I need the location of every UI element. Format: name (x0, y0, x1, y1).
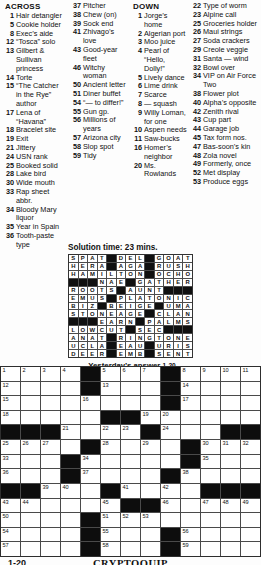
answer-cell: A (69, 334, 78, 341)
grid-cell[interactable] (61, 528, 80, 542)
grid-cell[interactable]: 27 (41, 440, 60, 454)
grid-cell[interactable] (141, 396, 160, 410)
grid-cell[interactable] (201, 382, 220, 396)
answer-cell-black (98, 303, 107, 310)
grid-cell[interactable]: 28 (101, 440, 120, 454)
cell-number: 51 (103, 513, 109, 519)
across-clue-list-2: 37Pitcher38Chew (on)39Sock end41Zhivago’… (69, 2, 128, 160)
cell-number: 32 (243, 440, 249, 446)
cell-number: 30 (203, 440, 209, 446)
grid-cell-black (201, 484, 220, 498)
grid-cell[interactable] (161, 440, 180, 454)
cell-number: 19 (143, 411, 149, 417)
grid-cell[interactable]: 50 (1, 513, 20, 527)
grid-cell[interactable] (101, 469, 120, 483)
grid-cell[interactable] (201, 425, 220, 439)
clue-number: 59 (69, 152, 83, 161)
answer-cell: E (107, 310, 116, 317)
cell-number: 2 (23, 367, 26, 373)
grid-cell[interactable] (61, 396, 80, 410)
grid-cell[interactable]: 18 (1, 411, 20, 425)
answer-cell: S (69, 255, 78, 262)
answer-cell-black (126, 326, 135, 333)
answer-cell: G (136, 303, 145, 310)
grid-cell[interactable] (81, 425, 100, 439)
answer-cell: R (117, 318, 126, 325)
answer-cell: M (126, 350, 135, 357)
grid-cell[interactable]: 10 (221, 367, 240, 381)
answer-cell: P (145, 318, 154, 325)
grid-cell[interactable]: 1 (1, 367, 20, 381)
answer-cell: T (117, 326, 126, 333)
answer-cell: A (136, 263, 145, 270)
footer-date-code: 1-20 (8, 558, 26, 565)
grid-cell[interactable] (21, 528, 40, 542)
answer-cell-black (145, 255, 154, 262)
grid-cell-black (221, 425, 240, 439)
grid-cell[interactable] (121, 542, 140, 556)
grid-cell[interactable]: 11 (241, 367, 260, 381)
grid-cell[interactable] (121, 396, 140, 410)
grid-cell[interactable] (201, 396, 220, 410)
clue-text: Gilbert & Sullivan princess (16, 47, 65, 73)
grid-cell[interactable] (141, 528, 160, 542)
cell-number: 6 (123, 367, 126, 373)
cell-number: 59 (183, 542, 189, 548)
grid-cell[interactable]: 58 (101, 542, 120, 556)
answer-cell: N (136, 271, 145, 278)
grid-cell[interactable] (121, 382, 140, 396)
grid-cell[interactable] (81, 484, 100, 498)
grid-cell[interactable] (221, 396, 240, 410)
grid-cell[interactable] (61, 499, 80, 513)
cell-number: 7 (143, 367, 146, 373)
answer-cell: L (88, 342, 97, 349)
cell-number: 36 (3, 469, 9, 475)
cell-number: 28 (103, 440, 109, 446)
cell-number: 21 (63, 425, 69, 431)
grid-cell[interactable] (241, 411, 260, 425)
grid-cell[interactable]: 32 (241, 440, 260, 454)
grid-cell[interactable] (121, 469, 140, 483)
grid-cell[interactable]: 38 (181, 469, 200, 483)
cell-number: 33 (3, 455, 9, 461)
cell-number: 11 (243, 367, 249, 373)
grid-cell[interactable] (121, 440, 140, 454)
grid-cell[interactable]: 57 (1, 542, 20, 556)
grid-cell[interactable] (21, 469, 40, 483)
grid-cell[interactable] (21, 513, 40, 527)
grid-cell[interactable]: 31 (221, 440, 240, 454)
grid-cell[interactable] (181, 513, 200, 527)
answer-cell: I (79, 303, 88, 310)
answer-cell-black (183, 287, 192, 294)
grid-cell[interactable]: 46 (161, 499, 180, 513)
answer-cell: E (164, 350, 173, 357)
grid-cell[interactable] (61, 513, 80, 527)
answer-cell: E (117, 303, 126, 310)
grid-cell-black (141, 425, 160, 439)
answer-cell-black (69, 279, 78, 286)
clue-number: 9 (130, 109, 144, 127)
grid-cell-black (21, 484, 40, 498)
answer-cell: E (117, 279, 126, 286)
grid-cell[interactable]: 30 (201, 440, 220, 454)
answer-cell: T (155, 334, 164, 341)
answer-cell-black (107, 255, 116, 262)
clue-text: Zhivago’s love (83, 28, 128, 46)
cell-number: 35 (203, 455, 209, 461)
answer-cell: L (136, 255, 145, 262)
grid-cell[interactable]: 35 (201, 455, 220, 469)
answer-cell: G (126, 263, 135, 270)
grid-cell[interactable]: 23 (121, 425, 140, 439)
grid-cell[interactable]: 51 (101, 513, 120, 527)
answer-cell: O (79, 287, 88, 294)
grid-cell[interactable] (241, 382, 260, 396)
answer-cell: O (126, 271, 135, 278)
across-clue-list-1: 1Hair detangler5Cookie holder8Exec’s aid… (2, 12, 65, 250)
grid-cell[interactable]: 48 (221, 499, 240, 513)
grid-cell[interactable]: 55 (101, 528, 120, 542)
answer-cell: O (155, 271, 164, 278)
grid-cell[interactable] (41, 455, 60, 469)
answer-cell: I (174, 295, 183, 302)
grid-cell[interactable] (81, 411, 100, 425)
grid-cell[interactable]: 4 (61, 367, 80, 381)
grid-cell[interactable] (181, 425, 200, 439)
grid-cell-black (161, 382, 180, 396)
grid-cell-black (81, 513, 100, 527)
answer-cell: A (183, 303, 192, 310)
answer-cell: U (69, 342, 78, 349)
clue: 41Zhivago’s love (69, 28, 128, 46)
grid-cell[interactable]: 39 (41, 484, 60, 498)
grid-cell[interactable] (201, 411, 220, 425)
grid-cell[interactable] (121, 455, 140, 469)
clue-number: 16 (130, 144, 144, 162)
grid-cell[interactable] (41, 513, 60, 527)
clue-number: 41 (69, 28, 83, 46)
answer-cell-black (145, 271, 154, 278)
answer-cell: M (174, 303, 183, 310)
grid-cell[interactable] (201, 513, 220, 527)
grid-cell[interactable] (41, 396, 60, 410)
grid-cell[interactable]: 6 (121, 367, 140, 381)
answer-cell: A (79, 271, 88, 278)
grid-cell-black (221, 484, 240, 498)
answer-cell: T (98, 334, 107, 341)
clue: 59Tidy (69, 152, 128, 161)
grid-cell[interactable]: 37 (81, 469, 100, 483)
answer-cell: E (98, 318, 107, 325)
clue-text: Ms. Rowlands (144, 162, 187, 180)
grid-cell[interactable]: 17 (181, 396, 200, 410)
answer-cell: R (117, 334, 126, 341)
grid-cell[interactable] (241, 455, 260, 469)
grid-cell[interactable]: 42 (161, 484, 180, 498)
answer-cell: N (183, 310, 192, 317)
answer-cell: B (69, 303, 78, 310)
grid-cell[interactable]: 52 (121, 513, 140, 527)
answer-cell-black (69, 318, 78, 325)
grid-cell[interactable]: 13 (101, 382, 120, 396)
clue-number: 15 (2, 82, 16, 108)
answer-cell: H (69, 271, 78, 278)
grid-cell[interactable] (241, 528, 260, 542)
grid-cell[interactable]: 56 (181, 528, 200, 542)
grid-cell[interactable] (221, 455, 240, 469)
grid-cell[interactable] (241, 542, 260, 556)
grid-cell[interactable] (61, 382, 80, 396)
grid-cell[interactable] (161, 513, 180, 527)
grid-cell-black (41, 425, 60, 439)
answer-cell: H (164, 279, 173, 286)
down-clue-list-1: 1Jorge’s home2Algerian port3Moo juice4Pe… (130, 12, 187, 179)
grid-cell[interactable]: 25 (1, 440, 20, 454)
grid-cell[interactable] (221, 513, 240, 527)
grid-cell[interactable] (221, 528, 240, 542)
cell-number: 55 (103, 528, 109, 534)
grid-cell[interactable]: 36 (1, 469, 20, 483)
answer-cell: D (117, 255, 126, 262)
grid-cell[interactable]: 7 (141, 367, 160, 381)
grid-cell[interactable]: 29 (141, 440, 160, 454)
answer-cell: U (136, 287, 145, 294)
grid-cell[interactable]: 19 (141, 411, 160, 425)
grid-cell[interactable] (141, 382, 160, 396)
grid-cell[interactable]: 5 (101, 367, 120, 381)
grid-cell[interactable]: 15 (1, 396, 20, 410)
cell-number: 1 (3, 367, 6, 373)
answer-cell: E (79, 263, 88, 270)
grid-cell[interactable]: 3 (41, 367, 60, 381)
answer-cell: L (164, 318, 173, 325)
grid-cell[interactable] (41, 469, 60, 483)
grid-cell[interactable] (241, 469, 260, 483)
grid-cell[interactable] (21, 396, 40, 410)
clue: 34VIP on Air Force Two (189, 72, 260, 90)
answer-cell: R (88, 263, 97, 270)
grid-cell[interactable] (241, 396, 260, 410)
grid-cell[interactable]: 33 (1, 455, 20, 469)
answer-cell: S (69, 310, 78, 317)
answer-cell: N (79, 334, 88, 341)
clue-text: Willy Loman, for one (144, 109, 187, 127)
cell-number: 9 (203, 367, 206, 373)
grid-cell[interactable]: 20 (161, 411, 180, 425)
grid-cell[interactable] (141, 542, 160, 556)
answer-cell: A (117, 263, 126, 270)
grid-cell-black (161, 469, 180, 483)
answer-cell: T (117, 271, 126, 278)
answer-cell: P (79, 255, 88, 262)
clue-number: 36 (2, 232, 16, 250)
cell-number: 58 (103, 542, 109, 548)
answer-cell: N (98, 310, 107, 317)
grid-cell[interactable]: 53 (141, 513, 160, 527)
clue: 15“The Catcher in the Rye” author (2, 82, 65, 108)
clue: 16Homer’s neighbor (130, 144, 187, 162)
grid-cell[interactable] (201, 528, 220, 542)
cell-number: 41 (123, 484, 129, 490)
answer-cell: R (98, 350, 107, 357)
grid-cell[interactable] (101, 396, 120, 410)
grid-cell[interactable]: 14 (181, 382, 200, 396)
down-clues-column-1: DOWN 1Jorge’s home2Algerian port3Moo jui… (130, 2, 187, 179)
grid-cell[interactable]: 54 (1, 528, 20, 542)
grid-cell[interactable] (21, 455, 40, 469)
answer-cell: L (126, 295, 135, 302)
answer-cell-black (88, 279, 97, 286)
answer-cell: N (98, 279, 107, 286)
answer-cell: U (164, 303, 173, 310)
answer-cell: I (98, 271, 107, 278)
answer-cell: S (107, 287, 116, 294)
clue-number: 43 (69, 46, 83, 64)
answer-cell: U (155, 342, 164, 349)
answer-cell: L (69, 326, 78, 333)
answer-cell: C (164, 271, 173, 278)
grid-cell[interactable] (41, 411, 60, 425)
answer-cell: T (145, 295, 154, 302)
grid-cell[interactable]: 40 (61, 484, 80, 498)
grid-cell[interactable] (61, 542, 80, 556)
crossword-grid: 1234567891011121314151617181920212223242… (0, 366, 261, 557)
clue: 4Pearl of “Hello, Dolly!” (130, 47, 187, 73)
answer-cell: C (183, 295, 192, 302)
answer-cell: C (155, 310, 164, 317)
answer-cell: A (98, 342, 107, 349)
answer-cell: R (164, 342, 173, 349)
grid-cell[interactable] (161, 455, 180, 469)
answer-cell: I (174, 342, 183, 349)
yesterday-answer-grid: SPATDELGOATHERAAGARUSHHAMILTONOCHONAEGAT… (68, 254, 193, 358)
grid-cell[interactable] (181, 499, 200, 513)
grid-cell[interactable] (41, 528, 60, 542)
clue-text: “The Catcher in the Rye” author (16, 82, 65, 108)
cell-number: 15 (3, 396, 9, 402)
grid-cell[interactable]: 9 (201, 367, 220, 381)
grid-cell-black (141, 499, 160, 513)
grid-cell[interactable]: 43 (1, 499, 20, 513)
grid-cell[interactable] (21, 382, 40, 396)
answer-cell: S (183, 342, 192, 349)
answer-cell: E (88, 350, 97, 357)
grid-cell[interactable] (21, 411, 40, 425)
grid-cell[interactable]: 22 (101, 425, 120, 439)
answer-cell: I (126, 334, 135, 341)
answer-cell: G (136, 279, 145, 286)
down-clues-column-2: 22Type of worm23Alpine call25Groceries h… (189, 2, 260, 187)
grid-cell[interactable]: 8 (181, 367, 200, 381)
grid-cell[interactable] (201, 542, 220, 556)
clue: 36Tooth-paste type (2, 232, 65, 250)
answer-cell: A (174, 255, 183, 262)
clue: 43Good-year fleet (69, 46, 128, 64)
grid-cell[interactable] (181, 484, 200, 498)
grid-cell[interactable] (61, 440, 80, 454)
answer-cell: O (183, 271, 192, 278)
cell-number: 10 (223, 367, 229, 373)
clue: 9Willy Loman, for one (130, 109, 187, 127)
grid-cell[interactable] (221, 469, 240, 483)
solution-time: Solution time: 23 mins. (68, 243, 196, 252)
cell-number: 12 (3, 382, 9, 388)
grid-cell-black (161, 367, 180, 381)
answer-cell: O (164, 255, 173, 262)
grid-cell[interactable] (201, 469, 220, 483)
grid-cell[interactable] (181, 411, 200, 425)
grid-cell[interactable]: 24 (161, 425, 180, 439)
grid-cell[interactable]: 26 (21, 440, 40, 454)
answer-cell: R (183, 279, 192, 286)
grid-cell[interactable]: 47 (201, 499, 220, 513)
grid-cell-black (81, 367, 100, 381)
grid-cell[interactable] (101, 455, 120, 469)
answer-cell: I (126, 303, 135, 310)
clue-text: Good-year fleet (83, 46, 128, 64)
answer-cell: T (183, 255, 192, 262)
cell-number: 5 (103, 367, 106, 373)
grid-cell-black (61, 455, 80, 469)
grid-cell[interactable] (41, 542, 60, 556)
grid-cell[interactable]: 44 (21, 499, 40, 513)
grid-cell[interactable] (121, 528, 140, 542)
grid-cell[interactable] (81, 499, 100, 513)
grid-cell[interactable] (241, 513, 260, 527)
grid-cell[interactable] (221, 542, 240, 556)
grid-cell[interactable]: 59 (181, 542, 200, 556)
grid-cell[interactable]: 2 (21, 367, 40, 381)
cell-number: 3 (43, 367, 46, 373)
answer-cell: N (145, 287, 154, 294)
answer-cell-black (183, 326, 192, 333)
answer-cell: S (155, 350, 164, 357)
grid-cell[interactable] (141, 455, 160, 469)
grid-cell[interactable]: 21 (61, 425, 80, 439)
grid-cell[interactable]: 45 (101, 499, 120, 513)
grid-cell[interactable] (41, 499, 60, 513)
answer-cell: O (155, 295, 164, 302)
clue-text: Jorge’s home (144, 12, 187, 30)
grid-cell[interactable] (141, 484, 160, 498)
grid-cell[interactable] (141, 469, 160, 483)
answer-cell: O (164, 334, 173, 341)
cell-number: 29 (143, 440, 149, 446)
answer-cell: N (126, 318, 135, 325)
grid-cell-black (161, 396, 180, 410)
grid-cell[interactable]: 41 (121, 484, 140, 498)
answer-cell: R (155, 263, 164, 270)
answer-cell-black (145, 342, 154, 349)
grid-cell[interactable] (61, 411, 80, 425)
cell-number: 46 (163, 499, 169, 505)
grid-cell[interactable]: 16 (81, 396, 100, 410)
grid-cell[interactable]: 49 (241, 499, 260, 513)
grid-cell[interactable]: 12 (1, 382, 20, 396)
answer-cell-black (107, 342, 116, 349)
grid-cell[interactable] (221, 382, 240, 396)
grid-cell-black (241, 484, 260, 498)
grid-cell[interactable]: 34 (81, 455, 100, 469)
answer-cell: N (136, 334, 145, 341)
across-header: ACROSS (5, 2, 65, 11)
grid-cell[interactable] (221, 411, 240, 425)
grid-cell[interactable] (21, 542, 40, 556)
grid-cell[interactable] (41, 382, 60, 396)
grid-cell-black (181, 455, 200, 469)
